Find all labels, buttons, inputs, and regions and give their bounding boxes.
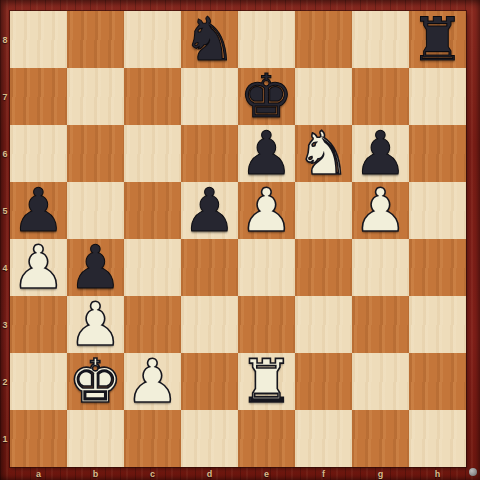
square-e5[interactable]: ♟ <box>238 182 295 239</box>
square-h4[interactable] <box>409 239 466 296</box>
square-b4[interactable]: ♟ <box>67 239 124 296</box>
board-frame: ♞♜♚♟♞♟♟♟♟♟♟♟♟♚♟♜ 87654321abcdefgh <box>0 0 480 480</box>
rank-label-4: 4 <box>0 239 10 296</box>
square-f2[interactable] <box>295 353 352 410</box>
square-e8[interactable] <box>238 11 295 68</box>
piece-white-rook-e2[interactable]: ♜ <box>240 353 294 410</box>
square-e4[interactable] <box>238 239 295 296</box>
rank-label-6: 6 <box>0 125 10 182</box>
file-label-c: c <box>124 467 181 480</box>
square-a7[interactable] <box>10 68 67 125</box>
square-d3[interactable] <box>181 296 238 353</box>
square-d8[interactable]: ♞ <box>181 11 238 68</box>
square-e2[interactable]: ♜ <box>238 353 295 410</box>
square-g2[interactable] <box>352 353 409 410</box>
square-b5[interactable] <box>67 182 124 239</box>
square-h5[interactable] <box>409 182 466 239</box>
square-b1[interactable] <box>67 410 124 467</box>
square-f4[interactable] <box>295 239 352 296</box>
square-g8[interactable] <box>352 11 409 68</box>
square-g6[interactable]: ♟ <box>352 125 409 182</box>
piece-white-pawn-e5[interactable]: ♟ <box>240 182 294 239</box>
chess-board: ♞♜♚♟♞♟♟♟♟♟♟♟♟♚♟♜ <box>10 11 466 467</box>
square-d6[interactable] <box>181 125 238 182</box>
square-c2[interactable]: ♟ <box>124 353 181 410</box>
square-c8[interactable] <box>124 11 181 68</box>
square-f7[interactable] <box>295 68 352 125</box>
square-e6[interactable]: ♟ <box>238 125 295 182</box>
square-a2[interactable] <box>10 353 67 410</box>
piece-black-rook-h8[interactable]: ♜ <box>411 11 465 68</box>
chess-app-window: ♞♜♚♟♞♟♟♟♟♟♟♟♟♚♟♜ 87654321abcdefgh <box>0 0 480 480</box>
square-c7[interactable] <box>124 68 181 125</box>
file-label-g: g <box>352 467 409 480</box>
square-e3[interactable] <box>238 296 295 353</box>
rank-label-5: 5 <box>0 182 10 239</box>
square-h7[interactable] <box>409 68 466 125</box>
square-b8[interactable] <box>67 11 124 68</box>
square-c5[interactable] <box>124 182 181 239</box>
rank-label-3: 3 <box>0 296 10 353</box>
file-label-b: b <box>67 467 124 480</box>
square-h6[interactable] <box>409 125 466 182</box>
square-a4[interactable]: ♟ <box>10 239 67 296</box>
piece-black-pawn-d5[interactable]: ♟ <box>183 182 237 239</box>
corner-marker-dot <box>469 468 477 476</box>
square-g4[interactable] <box>352 239 409 296</box>
piece-black-king-e7[interactable]: ♚ <box>240 68 294 125</box>
square-e7[interactable]: ♚ <box>238 68 295 125</box>
piece-black-pawn-a5[interactable]: ♟ <box>12 182 66 239</box>
rank-label-8: 8 <box>0 11 10 68</box>
square-h3[interactable] <box>409 296 466 353</box>
square-d1[interactable] <box>181 410 238 467</box>
file-label-d: d <box>181 467 238 480</box>
file-label-h: h <box>409 467 466 480</box>
piece-white-pawn-g5[interactable]: ♟ <box>354 182 408 239</box>
square-g3[interactable] <box>352 296 409 353</box>
square-f8[interactable] <box>295 11 352 68</box>
piece-black-pawn-e6[interactable]: ♟ <box>240 125 294 182</box>
square-a6[interactable] <box>10 125 67 182</box>
square-b6[interactable] <box>67 125 124 182</box>
square-h8[interactable]: ♜ <box>409 11 466 68</box>
square-a3[interactable] <box>10 296 67 353</box>
square-h1[interactable] <box>409 410 466 467</box>
square-g1[interactable] <box>352 410 409 467</box>
rank-label-7: 7 <box>0 68 10 125</box>
piece-white-pawn-b3[interactable]: ♟ <box>69 296 123 353</box>
square-c6[interactable] <box>124 125 181 182</box>
piece-white-king-b2[interactable]: ♚ <box>69 353 123 410</box>
piece-black-pawn-b4[interactable]: ♟ <box>69 239 123 296</box>
square-d5[interactable]: ♟ <box>181 182 238 239</box>
square-d2[interactable] <box>181 353 238 410</box>
file-label-e: e <box>238 467 295 480</box>
square-d7[interactable] <box>181 68 238 125</box>
square-e1[interactable] <box>238 410 295 467</box>
file-label-a: a <box>10 467 67 480</box>
square-g5[interactable]: ♟ <box>352 182 409 239</box>
piece-white-pawn-c2[interactable]: ♟ <box>126 353 180 410</box>
square-b2[interactable]: ♚ <box>67 353 124 410</box>
square-b7[interactable] <box>67 68 124 125</box>
square-a8[interactable] <box>10 11 67 68</box>
rank-label-1: 1 <box>0 410 10 467</box>
piece-white-pawn-a4[interactable]: ♟ <box>12 239 66 296</box>
square-f3[interactable] <box>295 296 352 353</box>
square-f1[interactable] <box>295 410 352 467</box>
file-label-f: f <box>295 467 352 480</box>
square-d4[interactable] <box>181 239 238 296</box>
square-c1[interactable] <box>124 410 181 467</box>
square-h2[interactable] <box>409 353 466 410</box>
square-c3[interactable] <box>124 296 181 353</box>
square-c4[interactable] <box>124 239 181 296</box>
piece-black-pawn-g6[interactable]: ♟ <box>354 125 408 182</box>
square-a5[interactable]: ♟ <box>10 182 67 239</box>
square-g7[interactable] <box>352 68 409 125</box>
square-a1[interactable] <box>10 410 67 467</box>
piece-white-knight-f6[interactable]: ♞ <box>297 125 351 182</box>
square-b3[interactable]: ♟ <box>67 296 124 353</box>
square-f5[interactable] <box>295 182 352 239</box>
piece-black-knight-d8[interactable]: ♞ <box>183 11 237 68</box>
square-f6[interactable]: ♞ <box>295 125 352 182</box>
rank-label-2: 2 <box>0 353 10 410</box>
